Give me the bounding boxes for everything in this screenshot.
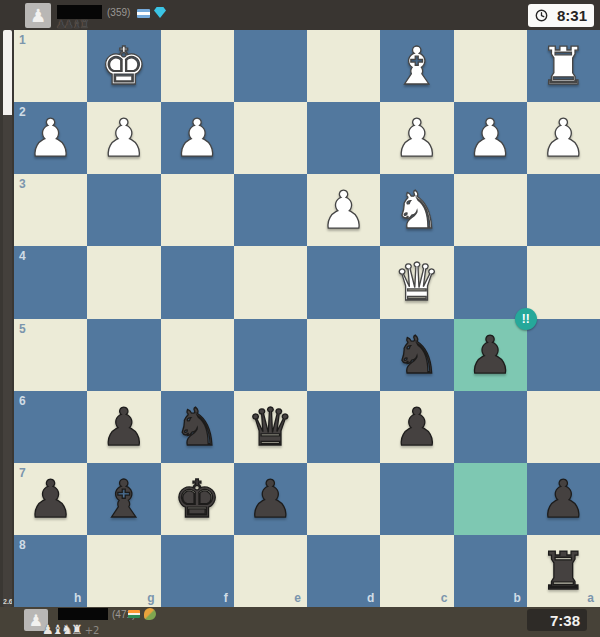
- square-c8[interactable]: c: [380, 535, 453, 607]
- square-f3[interactable]: [161, 174, 234, 246]
- bottom-player-clock: 7:38: [527, 609, 587, 631]
- bottom-clock-time: 7:38: [534, 612, 580, 629]
- square-a4[interactable]: [527, 246, 600, 318]
- bottom-player-bar: ♟ (471) ♟♝♞♜+2: [0, 607, 600, 637]
- square-c1[interactable]: ♝: [380, 30, 453, 102]
- square-a7[interactable]: ♟: [527, 463, 600, 535]
- square-g2[interactable]: ♟: [87, 102, 160, 174]
- rank-label-2: 2: [19, 105, 26, 119]
- square-a1[interactable]: ♜: [527, 30, 600, 102]
- rank-label-6: 6: [19, 394, 26, 408]
- file-label-e: e: [294, 591, 301, 605]
- square-h1[interactable]: 1: [14, 30, 87, 102]
- piece-wP-b2[interactable]: ♟: [467, 112, 514, 164]
- piece-wP-a2[interactable]: ♟: [540, 112, 587, 164]
- square-f1[interactable]: [161, 30, 234, 102]
- flair-icon: [144, 608, 156, 620]
- file-label-g: g: [147, 591, 154, 605]
- square-h8[interactable]: 8h: [14, 535, 87, 607]
- square-d5[interactable]: [307, 319, 380, 391]
- rank-label-4: 4: [19, 249, 26, 263]
- file-label-f: f: [224, 591, 228, 605]
- top-player-clock: 8:31: [528, 4, 594, 27]
- piece-bB-g7[interactable]: ♝: [101, 473, 148, 525]
- piece-bQ-e6[interactable]: ♛: [247, 401, 294, 453]
- square-e6[interactable]: ♛: [234, 391, 307, 463]
- square-h6[interactable]: 6: [14, 391, 87, 463]
- eval-white-segment: [3, 30, 12, 115]
- square-f6[interactable]: ♞: [161, 391, 234, 463]
- square-e8[interactable]: e: [234, 535, 307, 607]
- square-g7[interactable]: ♝: [87, 463, 160, 535]
- rank-label-3: 3: [19, 177, 26, 191]
- square-b1[interactable]: [454, 30, 527, 102]
- piece-wP-h2[interactable]: ♟: [27, 112, 74, 164]
- piece-bR-a8[interactable]: ♜: [540, 545, 587, 597]
- top-clock-time: 8:31: [548, 7, 587, 24]
- square-a2[interactable]: ♟: [527, 102, 600, 174]
- square-a8[interactable]: a♜: [527, 535, 600, 607]
- file-label-b: b: [513, 591, 520, 605]
- square-a5[interactable]: [527, 319, 600, 391]
- square-e1[interactable]: [234, 30, 307, 102]
- square-f8[interactable]: f: [161, 535, 234, 607]
- square-e5[interactable]: [234, 319, 307, 391]
- piece-bN-c5[interactable]: ♞: [394, 329, 441, 381]
- square-a3[interactable]: [527, 174, 600, 246]
- top-player-rating: (359): [107, 7, 130, 18]
- square-h2[interactable]: 2♟: [14, 102, 87, 174]
- square-g3[interactable]: [87, 174, 160, 246]
- piece-wP-d3[interactable]: ♟: [320, 184, 367, 236]
- evaluation-bar: 2.6: [3, 30, 12, 607]
- chess-board[interactable]: 1♚♝♜2♟♟♟♟♟♟3♟♞4♛5♞♟6♟♞♛♟7♟♝♚♟♟8hgfedcba♜…: [14, 30, 600, 607]
- square-b3[interactable]: [454, 174, 527, 246]
- square-e4[interactable]: [234, 246, 307, 318]
- square-c7[interactable]: [380, 463, 453, 535]
- rank-label-8: 8: [19, 538, 26, 552]
- piece-wQ-c4[interactable]: ♛: [394, 256, 441, 308]
- bottom-captured-pieces: ♟♝♞♜+2: [42, 619, 99, 637]
- rank-label-7: 7: [19, 466, 26, 480]
- square-c6[interactable]: ♟: [380, 391, 453, 463]
- square-b8[interactable]: b: [454, 535, 527, 607]
- piece-wP-f2[interactable]: ♟: [174, 112, 221, 164]
- square-d4[interactable]: [307, 246, 380, 318]
- file-label-h: h: [74, 591, 81, 605]
- game-screen: ♟ (359) ♟♟♝♜ 8:31 2.6 1♚♝♜2♟♟♟♟♟♟3♟♞4♛5♞…: [0, 0, 600, 637]
- file-label-d: d: [367, 591, 374, 605]
- square-e7[interactable]: ♟: [234, 463, 307, 535]
- piece-bP-h7[interactable]: ♟: [27, 473, 74, 525]
- brilliant-move-badge: !!: [515, 308, 537, 330]
- piece-bP-g6[interactable]: ♟: [101, 401, 148, 453]
- diamond-membership-icon: [154, 7, 166, 18]
- square-g6[interactable]: ♟: [87, 391, 160, 463]
- square-g1[interactable]: ♚: [87, 30, 160, 102]
- file-label-c: c: [441, 591, 448, 605]
- square-g8[interactable]: g: [87, 535, 160, 607]
- top-player-avatar[interactable]: ♟: [25, 3, 51, 28]
- piece-bP-c6[interactable]: ♟: [394, 401, 441, 453]
- square-b2[interactable]: ♟: [454, 102, 527, 174]
- square-d1[interactable]: [307, 30, 380, 102]
- square-d2[interactable]: [307, 102, 380, 174]
- square-d8[interactable]: d: [307, 535, 380, 607]
- square-a6[interactable]: [527, 391, 600, 463]
- square-b7[interactable]: [454, 463, 527, 535]
- piece-wR-a1[interactable]: ♜: [540, 40, 587, 92]
- square-d7[interactable]: [307, 463, 380, 535]
- piece-wK-g1[interactable]: ♚: [101, 40, 148, 92]
- square-b5[interactable]: ♟: [454, 319, 527, 391]
- square-h3[interactable]: 3: [14, 174, 87, 246]
- clock-icon: [535, 9, 548, 22]
- square-f4[interactable]: [161, 246, 234, 318]
- square-b4[interactable]: [454, 246, 527, 318]
- material-score: +2: [85, 625, 100, 636]
- top-player-bar: ♟ (359) ♟♟♝♜: [0, 0, 600, 30]
- india-flag-icon: [128, 610, 140, 618]
- piece-bP-e7[interactable]: ♟: [247, 473, 294, 525]
- eval-score-label: 2.6: [3, 598, 12, 605]
- square-d3[interactable]: ♟: [307, 174, 380, 246]
- piece-bK-f7[interactable]: ♚: [174, 473, 221, 525]
- piece-wB-c1[interactable]: ♝: [394, 40, 441, 92]
- square-e2[interactable]: [234, 102, 307, 174]
- square-c3[interactable]: ♞: [380, 174, 453, 246]
- square-h5[interactable]: 5: [14, 319, 87, 391]
- rank-label-5: 5: [19, 322, 26, 336]
- square-c4[interactable]: ♛: [380, 246, 453, 318]
- square-g5[interactable]: [87, 319, 160, 391]
- piece-wN-c3[interactable]: ♞: [394, 184, 441, 236]
- square-d6[interactable]: [307, 391, 380, 463]
- top-player-name-redacted[interactable]: [57, 5, 102, 19]
- square-f5[interactable]: [161, 319, 234, 391]
- square-b6[interactable]: [454, 391, 527, 463]
- argentina-flag-icon: [137, 9, 150, 18]
- square-f7[interactable]: ♚: [161, 463, 234, 535]
- square-h4[interactable]: 4: [14, 246, 87, 318]
- piece-bP-a7[interactable]: ♟: [540, 473, 587, 525]
- square-h7[interactable]: 7♟: [14, 463, 87, 535]
- avatar-pawn-icon: ♟: [30, 5, 46, 26]
- file-label-a: a: [587, 591, 594, 605]
- square-g4[interactable]: [87, 246, 160, 318]
- rank-label-1: 1: [19, 33, 26, 47]
- piece-wP-g2[interactable]: ♟: [101, 112, 148, 164]
- square-c2[interactable]: ♟: [380, 102, 453, 174]
- square-e3[interactable]: [234, 174, 307, 246]
- piece-bP-b5[interactable]: ♟: [467, 329, 514, 381]
- square-f2[interactable]: ♟: [161, 102, 234, 174]
- piece-bN-f6[interactable]: ♞: [174, 401, 221, 453]
- piece-wP-c2[interactable]: ♟: [394, 112, 441, 164]
- square-c5[interactable]: ♞: [380, 319, 453, 391]
